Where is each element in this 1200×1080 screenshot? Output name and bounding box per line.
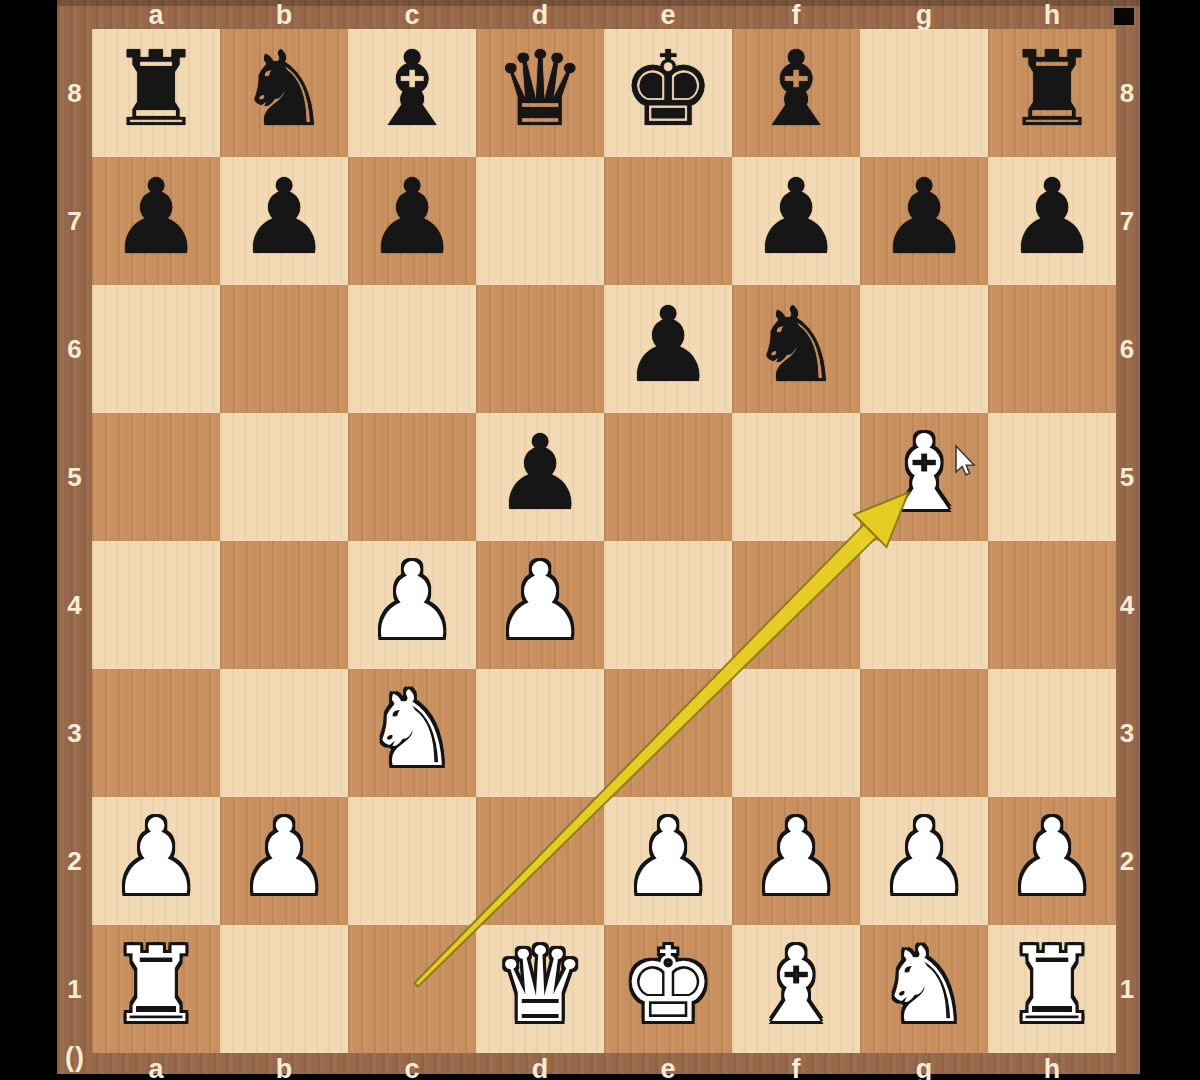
piece-black-knight: ♞ (237, 37, 330, 141)
piece-white-pawn: ♟ (877, 805, 970, 909)
piece-black-rook: ♜ (109, 37, 202, 141)
square-h2[interactable]: ♟ (988, 797, 1116, 925)
square-a7[interactable]: ♟ (92, 157, 220, 285)
rank-label-3: 3 (1114, 669, 1140, 797)
file-label-h: h (988, 0, 1116, 31)
piece-white-pawn: ♟ (365, 549, 458, 653)
file-label-f: f (732, 1054, 860, 1080)
square-f5[interactable] (732, 413, 860, 541)
piece-white-rook: ♜ (109, 933, 202, 1037)
file-label-a: a (92, 1054, 220, 1080)
square-g8[interactable] (860, 29, 988, 157)
rank-label-8: 8 (57, 29, 92, 157)
rank-label-2: 2 (57, 797, 92, 925)
square-h3[interactable] (988, 669, 1116, 797)
piece-white-pawn: ♟ (621, 805, 714, 909)
piece-white-pawn: ♟ (237, 805, 330, 909)
square-f4[interactable] (732, 541, 860, 669)
piece-black-pawn: ♟ (621, 293, 714, 397)
rank-label-7: 7 (57, 157, 92, 285)
rank-label-2: 2 (1114, 797, 1140, 925)
square-d7[interactable] (476, 157, 604, 285)
square-d3[interactable] (476, 669, 604, 797)
square-e7[interactable] (604, 157, 732, 285)
square-g5[interactable]: ♝ (860, 413, 988, 541)
square-a8[interactable]: ♜ (92, 29, 220, 157)
square-a4[interactable] (92, 541, 220, 669)
square-h8[interactable]: ♜ (988, 29, 1116, 157)
rank-label-6: 6 (57, 285, 92, 413)
rank-label-5: 5 (1114, 413, 1140, 541)
piece-white-rook: ♜ (1005, 933, 1098, 1037)
square-e1[interactable]: ♚ (604, 925, 732, 1053)
square-f7[interactable]: ♟ (732, 157, 860, 285)
square-d2[interactable] (476, 797, 604, 925)
square-g2[interactable]: ♟ (860, 797, 988, 925)
square-a6[interactable] (92, 285, 220, 413)
square-g1[interactable]: ♞ (860, 925, 988, 1053)
piece-black-pawn: ♟ (237, 165, 330, 269)
file-label-b: b (220, 1054, 348, 1080)
square-c2[interactable] (348, 797, 476, 925)
piece-black-pawn: ♟ (1005, 165, 1098, 269)
rank-labels-right: 87654321 (1114, 29, 1140, 1053)
square-g7[interactable]: ♟ (860, 157, 988, 285)
square-c8[interactable]: ♝ (348, 29, 476, 157)
file-label-c: c (348, 1054, 476, 1080)
square-f2[interactable]: ♟ (732, 797, 860, 925)
rank-label-8: 8 (1114, 29, 1140, 157)
piece-white-bishop: ♝ (877, 421, 970, 525)
square-g6[interactable] (860, 285, 988, 413)
square-e5[interactable] (604, 413, 732, 541)
file-label-f: f (732, 0, 860, 31)
piece-white-knight: ♞ (365, 677, 458, 781)
square-h6[interactable] (988, 285, 1116, 413)
file-label-e: e (604, 1054, 732, 1080)
file-label-e: e (604, 0, 732, 31)
piece-white-pawn: ♟ (749, 805, 842, 909)
square-b5[interactable] (220, 413, 348, 541)
square-c6[interactable] (348, 285, 476, 413)
rank-label-7: 7 (1114, 157, 1140, 285)
square-g3[interactable] (860, 669, 988, 797)
piece-black-pawn: ♟ (749, 165, 842, 269)
square-e4[interactable] (604, 541, 732, 669)
file-label-c: c (348, 0, 476, 31)
file-labels-bottom: abcdefgh (92, 1053, 1116, 1074)
rank-label-4: 4 (1114, 541, 1140, 669)
square-b7[interactable]: ♟ (220, 157, 348, 285)
rank-label-6: 6 (1114, 285, 1140, 413)
piece-black-rook: ♜ (1005, 37, 1098, 141)
square-b2[interactable]: ♟ (220, 797, 348, 925)
square-h5[interactable] (988, 413, 1116, 541)
file-label-a: a (92, 0, 220, 31)
piece-black-bishop: ♝ (749, 37, 842, 141)
board: ♜♞♝♛♚♝♜♟♟♟♟♟♟♟♞♟♝♟♟♞♟♟♟♟♟♟♜♛♚♝♞♜ (92, 29, 1116, 1053)
square-e2[interactable]: ♟ (604, 797, 732, 925)
square-f6[interactable]: ♞ (732, 285, 860, 413)
rank-label-1: 1 (1114, 925, 1140, 1053)
file-label-g: g (860, 0, 988, 31)
square-c4[interactable]: ♟ (348, 541, 476, 669)
square-a5[interactable] (92, 413, 220, 541)
piece-black-bishop: ♝ (365, 37, 458, 141)
square-e6[interactable]: ♟ (604, 285, 732, 413)
piece-black-pawn: ♟ (877, 165, 970, 269)
piece-black-pawn: ♟ (109, 165, 202, 269)
square-h1[interactable]: ♜ (988, 925, 1116, 1053)
square-d4[interactable]: ♟ (476, 541, 604, 669)
piece-white-pawn: ♟ (493, 549, 586, 653)
piece-white-bishop: ♝ (749, 933, 842, 1037)
square-d1[interactable]: ♛ (476, 925, 604, 1053)
square-f1[interactable]: ♝ (732, 925, 860, 1053)
square-b4[interactable] (220, 541, 348, 669)
square-e8[interactable]: ♚ (604, 29, 732, 157)
piece-black-king: ♚ (621, 37, 714, 141)
rank-label-1: 1 (57, 925, 92, 1053)
chess-app-stage: ♜♞♝♛♚♝♜♟♟♟♟♟♟♟♞♟♝♟♟♞♟♟♟♟♟♟♜♛♚♝♞♜ abcdefg… (0, 0, 1200, 1080)
square-f8[interactable]: ♝ (732, 29, 860, 157)
rank-label-5: 5 (57, 413, 92, 541)
file-label-g: g (860, 1054, 988, 1080)
square-a2[interactable]: ♟ (92, 797, 220, 925)
piece-white-pawn: ♟ (109, 805, 202, 909)
file-label-h: h (988, 1054, 1116, 1080)
file-label-d: d (476, 1054, 604, 1080)
square-c3[interactable]: ♞ (348, 669, 476, 797)
square-c1[interactable] (348, 925, 476, 1053)
file-label-b: b (220, 0, 348, 31)
square-c7[interactable]: ♟ (348, 157, 476, 285)
piece-white-queen: ♛ (493, 933, 586, 1037)
square-a3[interactable] (92, 669, 220, 797)
piece-white-king: ♚ (621, 933, 714, 1037)
square-b1[interactable] (220, 925, 348, 1053)
piece-white-knight: ♞ (877, 933, 970, 1037)
file-label-d: d (476, 0, 604, 31)
square-h7[interactable]: ♟ (988, 157, 1116, 285)
rank-labels-left: 87654321 (57, 29, 92, 1053)
piece-black-pawn: ♟ (365, 165, 458, 269)
square-d5[interactable]: ♟ (476, 413, 604, 541)
square-d6[interactable] (476, 285, 604, 413)
square-g4[interactable] (860, 541, 988, 669)
square-e3[interactable] (604, 669, 732, 797)
square-h4[interactable] (988, 541, 1116, 669)
piece-black-pawn: ♟ (493, 421, 586, 525)
piece-white-pawn: ♟ (1005, 805, 1098, 909)
square-b3[interactable] (220, 669, 348, 797)
square-c5[interactable] (348, 413, 476, 541)
piece-black-queen: ♛ (493, 37, 586, 141)
piece-black-knight: ♞ (749, 293, 842, 397)
square-f3[interactable] (732, 669, 860, 797)
square-a1[interactable]: ♜ (92, 925, 220, 1053)
square-b6[interactable] (220, 285, 348, 413)
rank-label-3: 3 (57, 669, 92, 797)
square-b8[interactable]: ♞ (220, 29, 348, 157)
file-labels-top: abcdefgh (92, 0, 1116, 29)
record-square-marker (1114, 8, 1134, 25)
square-d8[interactable]: ♛ (476, 29, 604, 157)
rank-label-4: 4 (57, 541, 92, 669)
flip-board-icon[interactable]: () (58, 1042, 92, 1072)
